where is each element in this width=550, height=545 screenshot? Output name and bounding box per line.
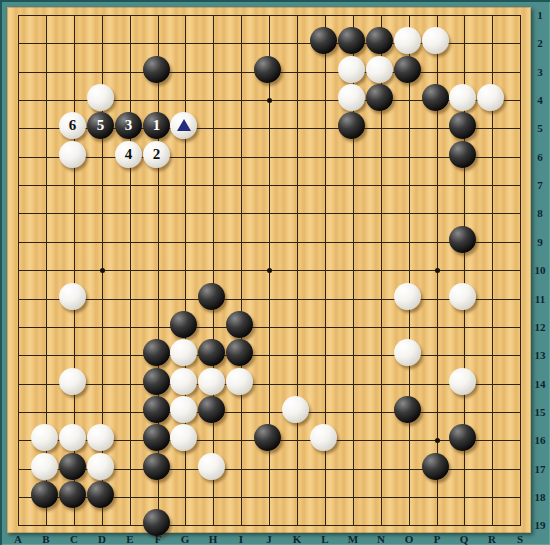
stone-white-G15 bbox=[170, 396, 197, 423]
stone-black-Q16 bbox=[449, 424, 476, 451]
column-label-G: G bbox=[175, 533, 195, 545]
star-point bbox=[435, 268, 440, 273]
grid-hline bbox=[18, 327, 521, 328]
row-label-19: 19 bbox=[531, 519, 549, 531]
stone-white-B16 bbox=[31, 424, 58, 451]
grid-vline bbox=[297, 15, 298, 526]
stone-black-J3 bbox=[254, 56, 281, 83]
grid-hline bbox=[18, 525, 521, 526]
stone-white-Q11 bbox=[449, 283, 476, 310]
stone-white-G5 bbox=[170, 112, 197, 139]
stone-black-M2 bbox=[338, 27, 365, 54]
stone-white-H14 bbox=[198, 368, 225, 395]
stone-black-F5: 1 bbox=[143, 112, 170, 139]
move-number-label: 4 bbox=[125, 147, 133, 162]
stone-white-M3 bbox=[338, 56, 365, 83]
grid-hline bbox=[18, 412, 521, 413]
stone-black-N4 bbox=[366, 84, 393, 111]
move-number-label: 1 bbox=[153, 118, 161, 133]
column-label-F: F bbox=[148, 533, 168, 545]
star-point bbox=[267, 268, 272, 273]
column-label-J: J bbox=[259, 533, 279, 545]
stone-white-R4 bbox=[477, 84, 504, 111]
stone-white-D17 bbox=[87, 453, 114, 480]
stone-black-F19 bbox=[143, 509, 170, 536]
row-label-16: 16 bbox=[531, 434, 549, 446]
move-number-label: 2 bbox=[153, 147, 161, 162]
column-label-Q: Q bbox=[454, 533, 474, 545]
column-label-H: H bbox=[203, 533, 223, 545]
triangle-marker-icon bbox=[177, 119, 191, 131]
stone-black-F15 bbox=[143, 396, 170, 423]
row-label-17: 17 bbox=[531, 463, 549, 475]
column-label-E: E bbox=[120, 533, 140, 545]
stone-black-Q6 bbox=[449, 141, 476, 168]
stone-black-L2 bbox=[310, 27, 337, 54]
stone-black-H11 bbox=[198, 283, 225, 310]
stone-white-I14 bbox=[226, 368, 253, 395]
column-label-O: O bbox=[399, 533, 419, 545]
stone-black-D18 bbox=[87, 481, 114, 508]
stone-white-E6: 4 bbox=[115, 141, 142, 168]
row-label-5: 5 bbox=[531, 122, 549, 134]
stone-black-B18 bbox=[31, 481, 58, 508]
stone-white-H17 bbox=[198, 453, 225, 480]
star-point bbox=[267, 98, 272, 103]
stone-black-G12 bbox=[170, 311, 197, 338]
column-label-R: R bbox=[482, 533, 502, 545]
stone-white-D4 bbox=[87, 84, 114, 111]
stone-black-O15 bbox=[394, 396, 421, 423]
stone-white-O13 bbox=[394, 339, 421, 366]
row-label-14: 14 bbox=[531, 378, 549, 390]
row-label-8: 8 bbox=[531, 207, 549, 219]
grid-hline bbox=[18, 299, 521, 300]
stone-white-G13 bbox=[170, 339, 197, 366]
stone-black-C17 bbox=[59, 453, 86, 480]
row-label-2: 2 bbox=[531, 37, 549, 49]
stone-black-F17 bbox=[143, 453, 170, 480]
grid-vline bbox=[409, 15, 410, 526]
row-label-9: 9 bbox=[531, 236, 549, 248]
row-label-18: 18 bbox=[531, 491, 549, 503]
row-label-10: 10 bbox=[531, 264, 549, 276]
stone-black-H15 bbox=[198, 396, 225, 423]
stone-white-K15 bbox=[282, 396, 309, 423]
move-number-label: 6 bbox=[69, 118, 77, 133]
row-label-4: 4 bbox=[531, 94, 549, 106]
stone-white-D16 bbox=[87, 424, 114, 451]
stone-white-C16 bbox=[59, 424, 86, 451]
star-point bbox=[100, 268, 105, 273]
column-label-K: K bbox=[287, 533, 307, 545]
stone-black-F16 bbox=[143, 424, 170, 451]
stone-black-H13 bbox=[198, 339, 225, 366]
column-label-D: D bbox=[92, 533, 112, 545]
stone-white-C6 bbox=[59, 141, 86, 168]
column-label-B: B bbox=[36, 533, 56, 545]
stone-white-G14 bbox=[170, 368, 197, 395]
stone-white-O11 bbox=[394, 283, 421, 310]
stone-white-M4 bbox=[338, 84, 365, 111]
stone-black-F14 bbox=[143, 368, 170, 395]
stone-white-B17 bbox=[31, 453, 58, 480]
move-number-label: 3 bbox=[125, 118, 133, 133]
column-label-M: M bbox=[343, 533, 363, 545]
stone-white-C14 bbox=[59, 368, 86, 395]
row-label-6: 6 bbox=[531, 151, 549, 163]
stone-white-O2 bbox=[394, 27, 421, 54]
stone-white-Q4 bbox=[449, 84, 476, 111]
column-label-P: P bbox=[427, 533, 447, 545]
stone-black-D5: 5 bbox=[87, 112, 114, 139]
row-label-3: 3 bbox=[531, 66, 549, 78]
stone-white-F6: 2 bbox=[143, 141, 170, 168]
stone-black-Q9 bbox=[449, 226, 476, 253]
row-label-12: 12 bbox=[531, 321, 549, 333]
stone-white-C11 bbox=[59, 283, 86, 310]
stone-black-F3 bbox=[143, 56, 170, 83]
stone-white-C5: 6 bbox=[59, 112, 86, 139]
stone-black-P4 bbox=[422, 84, 449, 111]
row-label-13: 13 bbox=[531, 349, 549, 361]
stone-black-I13 bbox=[226, 339, 253, 366]
stone-black-P17 bbox=[422, 453, 449, 480]
stone-white-L16 bbox=[310, 424, 337, 451]
row-label-7: 7 bbox=[531, 179, 549, 191]
column-label-L: L bbox=[315, 533, 335, 545]
stone-white-G16 bbox=[170, 424, 197, 451]
stone-black-F13 bbox=[143, 339, 170, 366]
stone-black-M5 bbox=[338, 112, 365, 139]
column-label-S: S bbox=[510, 533, 530, 545]
row-label-1: 1 bbox=[531, 9, 549, 21]
move-number-label: 5 bbox=[97, 118, 105, 133]
column-label-I: I bbox=[231, 533, 251, 545]
grid-hline bbox=[18, 384, 521, 385]
column-label-A: A bbox=[8, 533, 28, 545]
stone-black-E5: 3 bbox=[115, 112, 142, 139]
row-label-11: 11 bbox=[531, 293, 549, 305]
stone-white-Q14 bbox=[449, 368, 476, 395]
row-label-15: 15 bbox=[531, 406, 549, 418]
stone-black-Q5 bbox=[449, 112, 476, 139]
stone-white-P2 bbox=[422, 27, 449, 54]
column-label-C: C bbox=[64, 533, 84, 545]
column-label-N: N bbox=[371, 533, 391, 545]
go-board-app: 653142 ABCDEFGHIJKLMNOPQRS 1234567891011… bbox=[0, 0, 550, 545]
grid-hline bbox=[18, 355, 521, 356]
stone-black-O3 bbox=[394, 56, 421, 83]
stone-black-C18 bbox=[59, 481, 86, 508]
grid-vline bbox=[520, 15, 521, 526]
star-point bbox=[435, 438, 440, 443]
stone-white-N3 bbox=[366, 56, 393, 83]
stone-black-N2 bbox=[366, 27, 393, 54]
stone-black-I12 bbox=[226, 311, 253, 338]
stone-black-J16 bbox=[254, 424, 281, 451]
